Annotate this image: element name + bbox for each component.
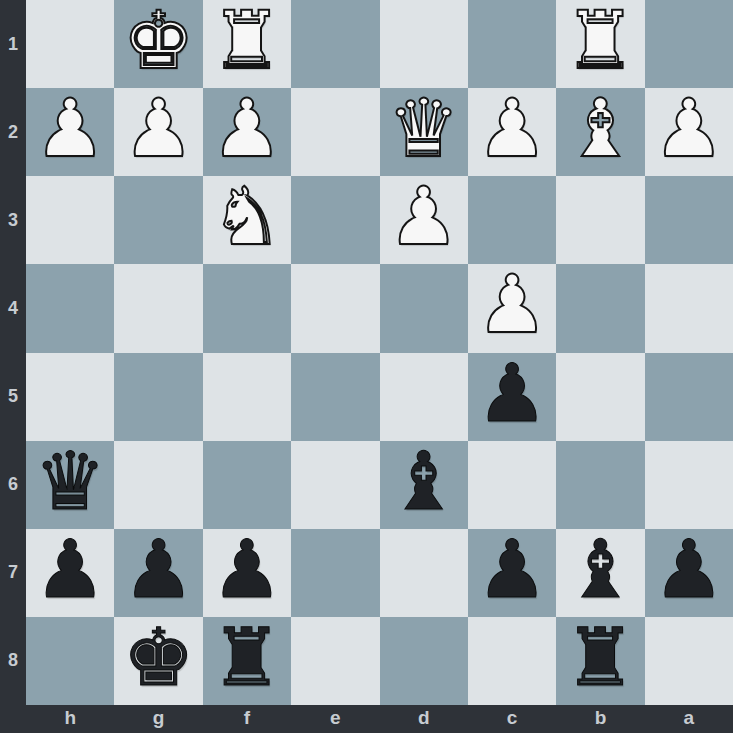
white-rook[interactable]: ♜ bbox=[211, 1, 283, 81]
square-d5[interactable] bbox=[380, 353, 468, 441]
square-e5[interactable] bbox=[291, 353, 379, 441]
square-g5[interactable] bbox=[114, 353, 202, 441]
square-g7[interactable]: ♟ bbox=[114, 529, 202, 617]
black-pawn[interactable]: ♟ bbox=[476, 530, 548, 610]
black-pawn[interactable]: ♟ bbox=[211, 530, 283, 610]
white-pawn[interactable]: ♟ bbox=[653, 89, 725, 169]
white-king[interactable]: ♚ bbox=[123, 1, 195, 81]
square-e2[interactable] bbox=[291, 88, 379, 176]
square-b3[interactable] bbox=[556, 176, 644, 264]
square-e3[interactable] bbox=[291, 176, 379, 264]
file-label-d: d bbox=[380, 705, 468, 733]
square-f7[interactable]: ♟ bbox=[203, 529, 291, 617]
square-e6[interactable] bbox=[291, 441, 379, 529]
square-a3[interactable] bbox=[645, 176, 733, 264]
square-e4[interactable] bbox=[291, 264, 379, 352]
square-a5[interactable] bbox=[645, 353, 733, 441]
square-d8[interactable] bbox=[380, 617, 468, 705]
square-f5[interactable] bbox=[203, 353, 291, 441]
square-h2[interactable]: ♟ bbox=[26, 88, 114, 176]
square-b2[interactable]: ♝ bbox=[556, 88, 644, 176]
square-c7[interactable]: ♟ bbox=[468, 529, 556, 617]
square-b7[interactable]: ♝ bbox=[556, 529, 644, 617]
square-h8[interactable] bbox=[26, 617, 114, 705]
white-pawn[interactable]: ♟ bbox=[34, 89, 106, 169]
file-label-a: a bbox=[645, 705, 733, 733]
square-c3[interactable] bbox=[468, 176, 556, 264]
black-pawn[interactable]: ♟ bbox=[476, 354, 548, 434]
square-f8[interactable]: ♜ bbox=[203, 617, 291, 705]
square-c5[interactable]: ♟ bbox=[468, 353, 556, 441]
square-a4[interactable] bbox=[645, 264, 733, 352]
square-f1[interactable]: ♜ bbox=[203, 0, 291, 88]
square-b4[interactable] bbox=[556, 264, 644, 352]
black-bishop[interactable]: ♝ bbox=[565, 530, 637, 610]
file-label-f: f bbox=[203, 705, 291, 733]
square-c8[interactable] bbox=[468, 617, 556, 705]
square-e1[interactable] bbox=[291, 0, 379, 88]
square-e7[interactable] bbox=[291, 529, 379, 617]
rank-label-6: 6 bbox=[0, 441, 26, 529]
white-pawn[interactable]: ♟ bbox=[388, 177, 460, 257]
square-c6[interactable] bbox=[468, 441, 556, 529]
white-knight[interactable]: ♞ bbox=[211, 177, 283, 257]
square-b6[interactable] bbox=[556, 441, 644, 529]
square-c2[interactable]: ♟ bbox=[468, 88, 556, 176]
square-f3[interactable]: ♞ bbox=[203, 176, 291, 264]
black-queen[interactable]: ♛ bbox=[34, 442, 106, 522]
square-h3[interactable] bbox=[26, 176, 114, 264]
square-c1[interactable] bbox=[468, 0, 556, 88]
file-label-c: c bbox=[468, 705, 556, 733]
rank-label-3: 3 bbox=[0, 176, 26, 264]
square-h7[interactable]: ♟ bbox=[26, 529, 114, 617]
square-d4[interactable] bbox=[380, 264, 468, 352]
square-h1[interactable] bbox=[26, 0, 114, 88]
white-queen[interactable]: ♛ bbox=[388, 89, 460, 169]
square-a6[interactable] bbox=[645, 441, 733, 529]
black-king[interactable]: ♚ bbox=[123, 618, 195, 698]
black-pawn[interactable]: ♟ bbox=[123, 530, 195, 610]
white-pawn[interactable]: ♟ bbox=[476, 265, 548, 345]
rank-label-7: 7 bbox=[0, 529, 26, 617]
square-b1[interactable]: ♜ bbox=[556, 0, 644, 88]
file-label-g: g bbox=[114, 705, 202, 733]
square-f6[interactable] bbox=[203, 441, 291, 529]
square-d1[interactable] bbox=[380, 0, 468, 88]
square-g2[interactable]: ♟ bbox=[114, 88, 202, 176]
white-pawn[interactable]: ♟ bbox=[211, 89, 283, 169]
square-g3[interactable] bbox=[114, 176, 202, 264]
rank-label-5: 5 bbox=[0, 353, 26, 441]
file-label-e: e bbox=[291, 705, 379, 733]
square-g1[interactable]: ♚ bbox=[114, 0, 202, 88]
square-a8[interactable] bbox=[645, 617, 733, 705]
rank-label-2: 2 bbox=[0, 88, 26, 176]
square-f4[interactable] bbox=[203, 264, 291, 352]
rank-label-8: 8 bbox=[0, 617, 26, 705]
square-b8[interactable]: ♜ bbox=[556, 617, 644, 705]
black-pawn[interactable]: ♟ bbox=[653, 530, 725, 610]
square-a7[interactable]: ♟ bbox=[645, 529, 733, 617]
white-rook[interactable]: ♜ bbox=[565, 1, 637, 81]
chess-board: 1♚♜♜2♟♟♟♛♟♝♟3♞♟4♟5♟6♛♝7♟♟♟♟♝♟8♚♜♜hgfedcb… bbox=[0, 0, 733, 733]
rank-label-1: 1 bbox=[0, 0, 26, 88]
black-rook[interactable]: ♜ bbox=[211, 618, 283, 698]
square-h6[interactable]: ♛ bbox=[26, 441, 114, 529]
file-label-b: b bbox=[556, 705, 644, 733]
square-a1[interactable] bbox=[645, 0, 733, 88]
square-d7[interactable] bbox=[380, 529, 468, 617]
file-label-h: h bbox=[26, 705, 114, 733]
square-d2[interactable]: ♛ bbox=[380, 88, 468, 176]
rank-label-4: 4 bbox=[0, 264, 26, 352]
square-b5[interactable] bbox=[556, 353, 644, 441]
black-rook[interactable]: ♜ bbox=[565, 618, 637, 698]
square-f2[interactable]: ♟ bbox=[203, 88, 291, 176]
square-h5[interactable] bbox=[26, 353, 114, 441]
square-g4[interactable] bbox=[114, 264, 202, 352]
square-a2[interactable]: ♟ bbox=[645, 88, 733, 176]
square-e8[interactable] bbox=[291, 617, 379, 705]
square-c4[interactable]: ♟ bbox=[468, 264, 556, 352]
black-bishop[interactable]: ♝ bbox=[388, 442, 460, 522]
black-pawn[interactable]: ♟ bbox=[34, 530, 106, 610]
white-bishop[interactable]: ♝ bbox=[565, 89, 637, 169]
square-g8[interactable]: ♚ bbox=[114, 617, 202, 705]
square-d6[interactable]: ♝ bbox=[380, 441, 468, 529]
frame-corner bbox=[0, 705, 26, 733]
square-g6[interactable] bbox=[114, 441, 202, 529]
white-pawn[interactable]: ♟ bbox=[123, 89, 195, 169]
square-h4[interactable] bbox=[26, 264, 114, 352]
white-pawn[interactable]: ♟ bbox=[476, 89, 548, 169]
square-d3[interactable]: ♟ bbox=[380, 176, 468, 264]
